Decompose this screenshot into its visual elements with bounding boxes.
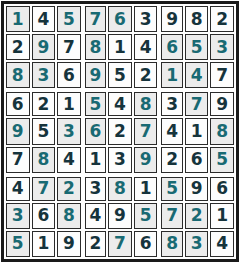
cell-r9c7[interactable]: 8: [161, 231, 183, 257]
cell-r9c5[interactable]: 7: [108, 231, 132, 257]
cell-r5c1[interactable]: 9: [6, 118, 30, 144]
cell-r2c9[interactable]: 3: [210, 34, 234, 60]
cell-r3c6[interactable]: 2: [134, 62, 158, 88]
cell-r2c5[interactable]: 1: [108, 34, 132, 60]
cell-r7c2[interactable]: 7: [32, 177, 56, 201]
cell-r5c5[interactable]: 2: [108, 118, 132, 144]
cell-r5c9[interactable]: 8: [210, 118, 234, 144]
cell-r5c2[interactable]: 5: [32, 118, 56, 144]
cell-r2c4[interactable]: 8: [85, 34, 107, 60]
cell-r9c6[interactable]: 6: [134, 231, 158, 257]
cell-r4c9[interactable]: 9: [210, 92, 234, 116]
cell-r8c6[interactable]: 5: [134, 203, 158, 229]
cell-r8c3[interactable]: 8: [57, 203, 81, 229]
cell-r2c3[interactable]: 7: [57, 34, 81, 60]
cell-r4c4[interactable]: 5: [85, 92, 107, 116]
cell-r6c5[interactable]: 3: [108, 147, 132, 173]
cell-r2c2[interactable]: 9: [32, 34, 56, 60]
cell-r3c5[interactable]: 5: [108, 62, 132, 88]
cell-r9c9[interactable]: 4: [210, 231, 234, 257]
cell-r5c6[interactable]: 7: [134, 118, 158, 144]
cell-r1c2[interactable]: 4: [32, 6, 56, 32]
cell-r9c1[interactable]: 5: [6, 231, 30, 257]
cell-r3c8[interactable]: 4: [185, 62, 209, 88]
cell-r2c1[interactable]: 2: [6, 34, 30, 60]
cell-r2c6[interactable]: 4: [134, 34, 158, 60]
cell-r7c6[interactable]: 1: [134, 177, 158, 201]
cell-r6c9[interactable]: 5: [210, 147, 234, 173]
cell-r6c4[interactable]: 1: [85, 147, 107, 173]
cell-r2c7[interactable]: 6: [161, 34, 183, 60]
cell-r4c7[interactable]: 3: [161, 92, 183, 116]
cell-r6c8[interactable]: 6: [185, 147, 209, 173]
cell-r9c2[interactable]: 1: [32, 231, 56, 257]
sudoku-board: 1457639822978146538369521476215483799536…: [1, 1, 239, 262]
cell-r7c3[interactable]: 2: [57, 177, 81, 201]
cell-r4c5[interactable]: 4: [108, 92, 132, 116]
cell-r1c3[interactable]: 5: [57, 6, 81, 32]
cell-r3c3[interactable]: 6: [57, 62, 81, 88]
cell-r6c1[interactable]: 7: [6, 147, 30, 173]
cell-r8c5[interactable]: 9: [108, 203, 132, 229]
cell-r3c2[interactable]: 3: [32, 62, 56, 88]
cell-r4c2[interactable]: 2: [32, 92, 56, 116]
cell-r1c9[interactable]: 2: [210, 6, 234, 32]
cell-r1c7[interactable]: 9: [161, 6, 183, 32]
cell-r7c8[interactable]: 9: [185, 177, 209, 201]
cell-r7c4[interactable]: 3: [85, 177, 107, 201]
cell-r8c1[interactable]: 3: [6, 203, 30, 229]
cell-r5c7[interactable]: 4: [161, 118, 183, 144]
cell-r8c7[interactable]: 7: [161, 203, 183, 229]
cell-r7c1[interactable]: 4: [6, 177, 30, 201]
cell-r8c4[interactable]: 4: [85, 203, 107, 229]
cell-r5c8[interactable]: 1: [185, 118, 209, 144]
cell-r5c4[interactable]: 6: [85, 118, 107, 144]
cell-r4c3[interactable]: 1: [57, 92, 81, 116]
cell-r3c1[interactable]: 8: [6, 62, 30, 88]
cell-r7c5[interactable]: 8: [108, 177, 132, 201]
cell-r7c9[interactable]: 6: [210, 177, 234, 201]
cell-r1c8[interactable]: 8: [185, 6, 209, 32]
cell-r3c9[interactable]: 7: [210, 62, 234, 88]
cell-r1c4[interactable]: 7: [85, 6, 107, 32]
cell-r1c6[interactable]: 3: [134, 6, 158, 32]
cell-r6c6[interactable]: 9: [134, 147, 158, 173]
cell-r8c2[interactable]: 6: [32, 203, 56, 229]
cell-r3c7[interactable]: 1: [161, 62, 183, 88]
cell-r5c3[interactable]: 3: [57, 118, 81, 144]
cell-r1c1[interactable]: 1: [6, 6, 30, 32]
cell-r3c4[interactable]: 9: [85, 62, 107, 88]
cell-r6c2[interactable]: 8: [32, 147, 56, 173]
cell-r8c9[interactable]: 1: [210, 203, 234, 229]
cell-r1c5[interactable]: 6: [108, 6, 132, 32]
cell-r4c1[interactable]: 6: [6, 92, 30, 116]
cell-r6c3[interactable]: 4: [57, 147, 81, 173]
cell-r7c7[interactable]: 5: [161, 177, 183, 201]
cell-r9c4[interactable]: 2: [85, 231, 107, 257]
cell-r9c8[interactable]: 3: [185, 231, 209, 257]
cell-r6c7[interactable]: 2: [161, 147, 183, 173]
cell-r4c6[interactable]: 8: [134, 92, 158, 116]
cell-r2c8[interactable]: 5: [185, 34, 209, 60]
cell-r4c8[interactable]: 7: [185, 92, 209, 116]
cell-r9c3[interactable]: 9: [57, 231, 81, 257]
cell-r8c8[interactable]: 2: [185, 203, 209, 229]
